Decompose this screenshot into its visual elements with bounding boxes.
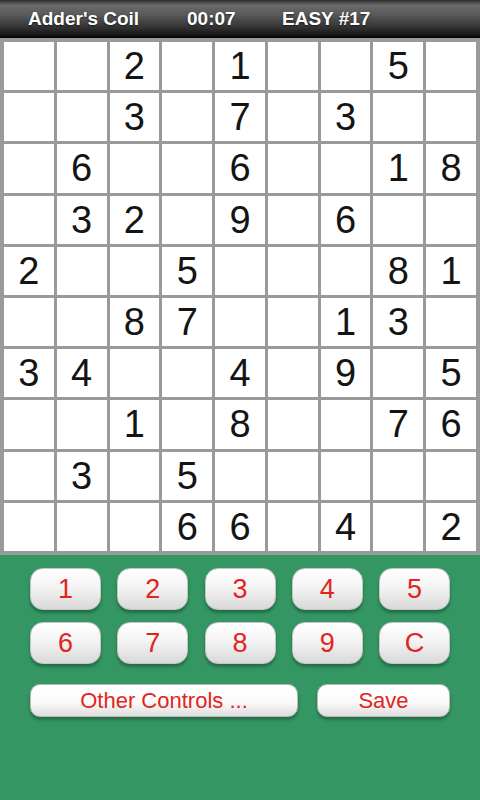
board: 2153736618329625818713344951876356642 bbox=[0, 38, 480, 555]
cell-r7c9[interactable]: 5 bbox=[426, 349, 476, 397]
cell-r10c3[interactable] bbox=[110, 503, 160, 551]
cell-r7c7[interactable]: 9 bbox=[321, 349, 371, 397]
cell-r8c9[interactable]: 6 bbox=[426, 400, 476, 448]
cell-r2c4[interactable] bbox=[162, 93, 212, 141]
cell-r7c2[interactable]: 4 bbox=[57, 349, 107, 397]
cell-r8c5[interactable]: 8 bbox=[215, 400, 265, 448]
cell-r7c6[interactable] bbox=[268, 349, 318, 397]
digit-button-6[interactable]: 6 bbox=[30, 622, 101, 664]
cell-r2c8[interactable] bbox=[373, 93, 423, 141]
cell-r9c3[interactable] bbox=[110, 452, 160, 500]
keypad-row-2: 6 7 8 9 C bbox=[0, 622, 480, 664]
cell-r4c6[interactable] bbox=[268, 196, 318, 244]
cell-r10c9[interactable]: 2 bbox=[426, 503, 476, 551]
cell-r7c3[interactable] bbox=[110, 349, 160, 397]
save-button[interactable]: Save bbox=[317, 684, 450, 717]
cell-r8c2[interactable] bbox=[57, 400, 107, 448]
cell-r4c3[interactable]: 2 bbox=[110, 196, 160, 244]
cell-r8c7[interactable] bbox=[321, 400, 371, 448]
keypad-row-1: 1 2 3 4 5 bbox=[0, 568, 480, 610]
cell-r4c7[interactable]: 6 bbox=[321, 196, 371, 244]
cell-r1c8[interactable]: 5 bbox=[373, 42, 423, 90]
cell-r8c6[interactable] bbox=[268, 400, 318, 448]
cell-r6c4[interactable]: 7 bbox=[162, 298, 212, 346]
title-bar: Adder's Coil 00:07 EASY #17 bbox=[0, 0, 480, 38]
cell-r9c2[interactable]: 3 bbox=[57, 452, 107, 500]
keypad: 1 2 3 4 5 6 7 8 9 C Other Controls ... S… bbox=[0, 555, 480, 800]
cell-r6c2[interactable] bbox=[57, 298, 107, 346]
digit-button-5[interactable]: 5 bbox=[379, 568, 450, 610]
cell-r3c3[interactable] bbox=[110, 144, 160, 192]
digit-button-9[interactable]: 9 bbox=[292, 622, 363, 664]
cell-r2c9[interactable] bbox=[426, 93, 476, 141]
cell-r1c6[interactable] bbox=[268, 42, 318, 90]
cell-r8c1[interactable] bbox=[4, 400, 54, 448]
cell-r1c2[interactable] bbox=[57, 42, 107, 90]
cell-r4c2[interactable]: 3 bbox=[57, 196, 107, 244]
cell-r8c8[interactable]: 7 bbox=[373, 400, 423, 448]
difficulty-label: EASY #17 bbox=[282, 0, 370, 38]
cell-r6c3[interactable]: 8 bbox=[110, 298, 160, 346]
cell-r10c2[interactable] bbox=[57, 503, 107, 551]
cell-r9c4[interactable]: 5 bbox=[162, 452, 212, 500]
digit-button-2[interactable]: 2 bbox=[117, 568, 188, 610]
cell-r3c5[interactable]: 6 bbox=[215, 144, 265, 192]
keypad-row-3: Other Controls ... Save bbox=[0, 684, 480, 717]
cell-r6c1[interactable] bbox=[4, 298, 54, 346]
cell-r5c1[interactable]: 2 bbox=[4, 247, 54, 295]
cell-r8c3[interactable]: 1 bbox=[110, 400, 160, 448]
cell-r9c9[interactable] bbox=[426, 452, 476, 500]
cell-r1c4[interactable] bbox=[162, 42, 212, 90]
cell-r7c8[interactable] bbox=[373, 349, 423, 397]
cell-r1c1[interactable] bbox=[4, 42, 54, 90]
cell-r9c1[interactable] bbox=[4, 452, 54, 500]
cell-r10c6[interactable] bbox=[268, 503, 318, 551]
cell-r3c1[interactable] bbox=[4, 144, 54, 192]
cell-r10c4[interactable]: 6 bbox=[162, 503, 212, 551]
cell-r10c8[interactable] bbox=[373, 503, 423, 551]
digit-button-3[interactable]: 3 bbox=[205, 568, 276, 610]
cell-r7c5[interactable]: 4 bbox=[215, 349, 265, 397]
cell-r5c4[interactable]: 5 bbox=[162, 247, 212, 295]
clear-button[interactable]: C bbox=[379, 622, 450, 664]
digit-button-4[interactable]: 4 bbox=[292, 568, 363, 610]
other-controls-button[interactable]: Other Controls ... bbox=[30, 684, 298, 717]
cell-r1c7[interactable] bbox=[321, 42, 371, 90]
cell-r10c1[interactable] bbox=[4, 503, 54, 551]
cell-r9c5[interactable] bbox=[215, 452, 265, 500]
timer: 00:07 bbox=[187, 0, 236, 38]
cell-r4c4[interactable] bbox=[162, 196, 212, 244]
cell-r6c9[interactable] bbox=[426, 298, 476, 346]
cell-r5c9[interactable]: 1 bbox=[426, 247, 476, 295]
cell-r10c5[interactable]: 6 bbox=[215, 503, 265, 551]
cell-r9c8[interactable] bbox=[373, 452, 423, 500]
cell-r6c8[interactable]: 3 bbox=[373, 298, 423, 346]
cell-r3c8[interactable]: 1 bbox=[373, 144, 423, 192]
cell-r4c1[interactable] bbox=[4, 196, 54, 244]
cell-r7c4[interactable] bbox=[162, 349, 212, 397]
cell-r4c5[interactable]: 9 bbox=[215, 196, 265, 244]
digit-button-7[interactable]: 7 bbox=[117, 622, 188, 664]
cell-r6c7[interactable]: 1 bbox=[321, 298, 371, 346]
cell-r4c9[interactable] bbox=[426, 196, 476, 244]
cell-r2c6[interactable] bbox=[268, 93, 318, 141]
digit-button-8[interactable]: 8 bbox=[205, 622, 276, 664]
cell-r6c5[interactable] bbox=[215, 298, 265, 346]
cell-r3c4[interactable] bbox=[162, 144, 212, 192]
cell-r3c2[interactable]: 6 bbox=[57, 144, 107, 192]
cell-r2c3[interactable]: 3 bbox=[110, 93, 160, 141]
digit-button-1[interactable]: 1 bbox=[30, 568, 101, 610]
cell-r5c3[interactable] bbox=[110, 247, 160, 295]
cell-r1c9[interactable] bbox=[426, 42, 476, 90]
cell-r2c2[interactable] bbox=[57, 93, 107, 141]
cell-r5c2[interactable] bbox=[57, 247, 107, 295]
cell-r9c7[interactable] bbox=[321, 452, 371, 500]
cell-r5c5[interactable] bbox=[215, 247, 265, 295]
cell-r6c6[interactable] bbox=[268, 298, 318, 346]
cell-r3c9[interactable]: 8 bbox=[426, 144, 476, 192]
cell-r3c6[interactable] bbox=[268, 144, 318, 192]
app-title: Adder's Coil bbox=[28, 0, 139, 38]
cell-r5c7[interactable] bbox=[321, 247, 371, 295]
cell-r4c8[interactable] bbox=[373, 196, 423, 244]
cell-r1c3[interactable]: 2 bbox=[110, 42, 160, 90]
cell-r2c1[interactable] bbox=[4, 93, 54, 141]
cell-r8c4[interactable] bbox=[162, 400, 212, 448]
cell-r10c7[interactable]: 4 bbox=[321, 503, 371, 551]
cell-r3c7[interactable] bbox=[321, 144, 371, 192]
cell-r5c6[interactable] bbox=[268, 247, 318, 295]
cell-r2c5[interactable]: 7 bbox=[215, 93, 265, 141]
cell-r2c7[interactable]: 3 bbox=[321, 93, 371, 141]
cell-r1c5[interactable]: 1 bbox=[215, 42, 265, 90]
cell-r7c1[interactable]: 3 bbox=[4, 349, 54, 397]
cell-r5c8[interactable]: 8 bbox=[373, 247, 423, 295]
cell-r9c6[interactable] bbox=[268, 452, 318, 500]
